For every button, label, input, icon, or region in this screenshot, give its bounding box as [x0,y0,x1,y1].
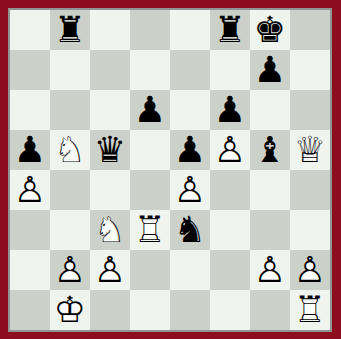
square-g4[interactable] [250,170,290,210]
board-inner-rule: ♜♜♚♟♟♟♟♞♘♛♟♟♙♝♛♕♟♙♟♙♞♘♜♖♞♟♙♟♙♟♙♟♙♚♔♜♖ [8,8,332,332]
square-f6[interactable]: ♟ [210,90,250,130]
square-c4[interactable] [90,170,130,210]
square-d6[interactable]: ♟ [130,90,170,130]
square-h5[interactable]: ♛♕ [290,130,330,170]
square-a5[interactable]: ♟ [10,130,50,170]
piece-black-pawn-e5[interactable]: ♟ [170,130,210,170]
piece-white-knight-b5[interactable]: ♞♘ [50,130,90,170]
square-g1[interactable] [250,290,290,330]
piece-black-pawn-d6[interactable]: ♟ [130,90,170,130]
square-f5[interactable]: ♟♙ [210,130,250,170]
square-e3[interactable]: ♞ [170,210,210,250]
square-f3[interactable] [210,210,250,250]
piece-white-pawn-b2[interactable]: ♟♙ [50,250,90,290]
square-a2[interactable] [10,250,50,290]
square-g7[interactable]: ♟ [250,50,290,90]
square-b6[interactable] [50,90,90,130]
piece-white-pawn-g2[interactable]: ♟♙ [250,250,290,290]
square-d2[interactable] [130,250,170,290]
square-e5[interactable]: ♟ [170,130,210,170]
square-h2[interactable]: ♟♙ [290,250,330,290]
square-b2[interactable]: ♟♙ [50,250,90,290]
piece-white-pawn-a4[interactable]: ♟♙ [10,170,50,210]
piece-black-pawn-a5[interactable]: ♟ [10,130,50,170]
square-b1[interactable]: ♚♔ [50,290,90,330]
piece-white-pawn-f5[interactable]: ♟♙ [210,130,250,170]
square-c1[interactable] [90,290,130,330]
square-e7[interactable] [170,50,210,90]
square-f2[interactable] [210,250,250,290]
square-c7[interactable] [90,50,130,90]
square-g2[interactable]: ♟♙ [250,250,290,290]
piece-white-queen-h5[interactable]: ♛♕ [290,130,330,170]
square-h3[interactable] [290,210,330,250]
square-d4[interactable] [130,170,170,210]
square-f7[interactable] [210,50,250,90]
square-g6[interactable] [250,90,290,130]
piece-white-rook-d3[interactable]: ♜♖ [130,210,170,250]
square-e2[interactable] [170,250,210,290]
piece-black-pawn-f6[interactable]: ♟ [210,90,250,130]
square-c2[interactable]: ♟♙ [90,250,130,290]
square-d3[interactable]: ♜♖ [130,210,170,250]
square-a6[interactable] [10,90,50,130]
square-f4[interactable] [210,170,250,210]
square-e6[interactable] [170,90,210,130]
piece-black-pawn-g7[interactable]: ♟ [250,50,290,90]
square-c3[interactable]: ♞♘ [90,210,130,250]
piece-black-rook-f8[interactable]: ♜ [210,10,250,50]
piece-white-pawn-h2[interactable]: ♟♙ [290,250,330,290]
square-e1[interactable] [170,290,210,330]
square-h1[interactable]: ♜♖ [290,290,330,330]
piece-white-rook-h1[interactable]: ♜♖ [290,290,330,330]
square-b8[interactable]: ♜ [50,10,90,50]
piece-black-knight-e3[interactable]: ♞ [170,210,210,250]
square-h4[interactable] [290,170,330,210]
square-d1[interactable] [130,290,170,330]
piece-white-king-b1[interactable]: ♚♔ [50,290,90,330]
piece-black-king-g8[interactable]: ♚ [250,10,290,50]
square-f8[interactable]: ♜ [210,10,250,50]
square-c5[interactable]: ♛ [90,130,130,170]
square-h8[interactable] [290,10,330,50]
square-b7[interactable] [50,50,90,90]
piece-white-knight-c3[interactable]: ♞♘ [90,210,130,250]
square-b4[interactable] [50,170,90,210]
square-c8[interactable] [90,10,130,50]
piece-black-rook-b8[interactable]: ♜ [50,10,90,50]
square-a8[interactable] [10,10,50,50]
piece-white-pawn-e4[interactable]: ♟♙ [170,170,210,210]
piece-black-bishop-g5[interactable]: ♝ [250,130,290,170]
square-a4[interactable]: ♟♙ [10,170,50,210]
square-d7[interactable] [130,50,170,90]
square-a3[interactable] [10,210,50,250]
square-e4[interactable]: ♟♙ [170,170,210,210]
square-g5[interactable]: ♝ [250,130,290,170]
board-frame: ♜♜♚♟♟♟♟♞♘♛♟♟♙♝♛♕♟♙♟♙♞♘♜♖♞♟♙♟♙♟♙♟♙♚♔♜♖ [0,0,341,339]
square-a1[interactable] [10,290,50,330]
square-g8[interactable]: ♚ [250,10,290,50]
piece-white-pawn-c2[interactable]: ♟♙ [90,250,130,290]
piece-black-queen-c5[interactable]: ♛ [90,130,130,170]
square-c6[interactable] [90,90,130,130]
square-h6[interactable] [290,90,330,130]
square-b3[interactable] [50,210,90,250]
square-h7[interactable] [290,50,330,90]
square-f1[interactable] [210,290,250,330]
square-d5[interactable] [130,130,170,170]
chess-board[interactable]: ♜♜♚♟♟♟♟♞♘♛♟♟♙♝♛♕♟♙♟♙♞♘♜♖♞♟♙♟♙♟♙♟♙♚♔♜♖ [10,10,330,330]
square-b5[interactable]: ♞♘ [50,130,90,170]
square-d8[interactable] [130,10,170,50]
square-a7[interactable] [10,50,50,90]
square-g3[interactable] [250,210,290,250]
square-e8[interactable] [170,10,210,50]
